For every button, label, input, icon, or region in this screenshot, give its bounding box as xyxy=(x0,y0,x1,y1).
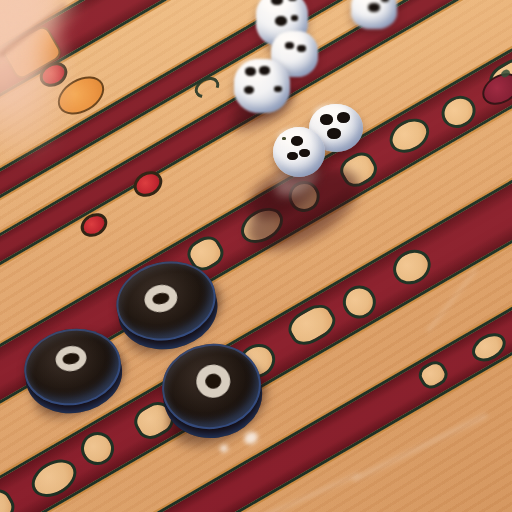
stripe-inlay-circle xyxy=(0,484,20,512)
die-pip xyxy=(327,128,341,139)
stripe-inlay-circle xyxy=(467,327,511,367)
die-pip xyxy=(299,149,310,158)
die-pip xyxy=(291,136,303,146)
stripe-inlay-circle xyxy=(415,357,452,393)
die[interactable] xyxy=(273,127,325,177)
stripe-inlay-circle xyxy=(435,89,481,133)
die-pip xyxy=(274,86,282,92)
die-gloss-highlight xyxy=(357,0,383,3)
stripe-inlay-circle xyxy=(337,279,382,324)
die-pip xyxy=(259,66,270,75)
die-pip xyxy=(287,152,298,161)
die-pip xyxy=(368,3,380,13)
die-pip xyxy=(285,42,294,50)
stripe-inlay-circle xyxy=(75,426,120,471)
die[interactable] xyxy=(351,0,397,29)
black-checker[interactable] xyxy=(156,337,266,435)
die-pip xyxy=(320,114,333,124)
stripe-inlay-circle xyxy=(25,452,83,505)
stripe-inlay-circle xyxy=(383,111,435,159)
die-pip xyxy=(291,15,298,21)
die-pip xyxy=(244,86,254,94)
stripe-inlay-circle xyxy=(387,243,437,291)
die-pip xyxy=(381,0,388,2)
die-pip xyxy=(275,16,287,26)
stripe-inlay-circle xyxy=(283,298,341,351)
die-pip xyxy=(297,45,305,52)
backgammon-board-photo xyxy=(0,0,512,512)
die-pip xyxy=(337,112,351,123)
die[interactable] xyxy=(234,59,290,113)
